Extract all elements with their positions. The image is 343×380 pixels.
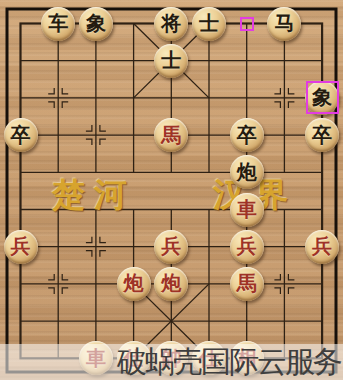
black-象-piece[interactable]: 象: [79, 7, 113, 41]
red-炮-piece[interactable]: 炮: [117, 267, 151, 301]
red-兵-piece[interactable]: 兵: [230, 230, 264, 264]
black-将-piece[interactable]: 将: [154, 7, 188, 41]
river-label-left: 楚河: [52, 177, 136, 213]
red-兵-piece[interactable]: 兵: [305, 230, 339, 264]
black-士-piece[interactable]: 士: [192, 7, 226, 41]
red-兵-piece[interactable]: 兵: [4, 230, 38, 264]
red-馬-piece[interactable]: 馬: [230, 267, 264, 301]
red-兵-piece[interactable]: 兵: [154, 230, 188, 264]
red-炮-piece[interactable]: 炮: [154, 267, 188, 301]
watermark-overlay: 破蜗壳国际云服务: [0, 344, 343, 380]
last-move-destination-highlight: [306, 81, 339, 114]
black-卒-piece[interactable]: 卒: [4, 118, 38, 152]
black-卒-piece[interactable]: 卒: [305, 118, 339, 152]
black-炮-piece[interactable]: 炮: [230, 155, 264, 189]
black-卒-piece[interactable]: 卒: [230, 118, 264, 152]
last-move-origin-highlight: [240, 17, 254, 31]
black-士-piece[interactable]: 士: [154, 44, 188, 78]
black-马-piece[interactable]: 马: [267, 7, 301, 41]
watermark-text: 破蜗壳国际云服务: [117, 345, 341, 379]
red-車-piece[interactable]: 車: [230, 193, 264, 227]
black-车-piece[interactable]: 车: [41, 7, 75, 41]
xiangqi-board: 楚河 汉界 车象将士马士象卒卒卒炮馬車兵兵兵兵炮炮馬車仕帥仕相 破蜗壳国际云服务: [0, 0, 343, 380]
